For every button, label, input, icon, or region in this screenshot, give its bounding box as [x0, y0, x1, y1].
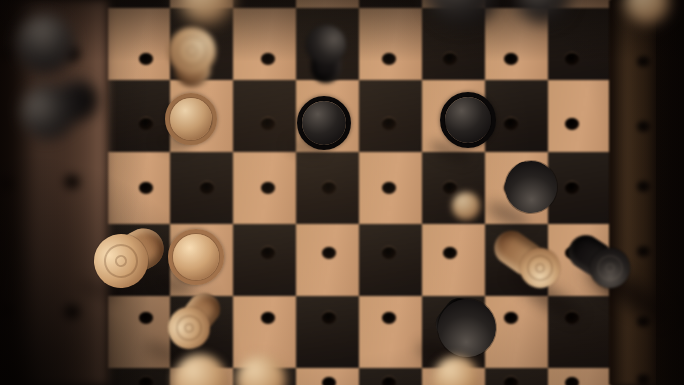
chess-piece-black-pawn[interactable] — [302, 101, 346, 145]
piece-head — [306, 25, 346, 65]
peg-hole — [565, 377, 579, 385]
chess-piece-black-pawn[interactable] — [445, 97, 491, 143]
board-square[interactable] — [359, 0, 422, 8]
peg-hole — [139, 377, 153, 385]
chess-piece-black-pawn[interactable] — [306, 25, 346, 65]
peg-hole — [565, 53, 579, 65]
chess-piece-white-pawn[interactable] — [167, 26, 217, 76]
chess-piece-white-pawn[interactable] — [433, 356, 479, 385]
board-square[interactable] — [359, 224, 422, 296]
chess-piece-white-pawn[interactable] — [170, 98, 212, 140]
peg-hole — [261, 118, 275, 130]
chess-piece-white-pawn[interactable] — [180, 0, 232, 24]
storage-peg-hole — [0, 177, 14, 191]
storage-peg-hole — [637, 374, 650, 385]
chess-video-frame — [0, 0, 684, 385]
peg-hole — [322, 312, 336, 324]
storage-peg-hole — [637, 56, 650, 68]
piece-head — [433, 356, 479, 385]
chess-piece-black-pawn[interactable] — [517, 0, 569, 22]
background-right — [656, 0, 684, 385]
piece-head — [302, 101, 346, 145]
board-square[interactable] — [107, 8, 170, 80]
right-storage-rail — [614, 0, 660, 385]
peg-hole — [139, 53, 153, 65]
board-square[interactable] — [233, 0, 296, 8]
peg-hole — [382, 118, 396, 130]
peg-hole — [504, 377, 518, 385]
piece-head — [452, 192, 480, 220]
board-square[interactable] — [233, 224, 296, 296]
piece-head — [180, 0, 232, 24]
board-square[interactable] — [296, 0, 359, 8]
chess-piece-white-pawn[interactable] — [236, 355, 286, 385]
peg-hole — [139, 118, 153, 130]
board-square[interactable] — [548, 368, 611, 385]
storage-peg-hole — [637, 121, 650, 133]
board-square[interactable] — [107, 0, 170, 8]
chess-piece-white-pawn[interactable] — [625, 0, 669, 24]
board-square[interactable] — [359, 80, 422, 152]
peg-hole — [261, 312, 275, 324]
peg-hole — [322, 247, 336, 259]
piece-collar-ring — [186, 45, 198, 57]
piece-head — [445, 97, 491, 143]
chess-piece-black-pawn[interactable] — [428, 0, 496, 26]
peg-hole — [504, 53, 518, 65]
piece-head — [517, 0, 569, 22]
peg-hole — [565, 118, 579, 130]
peg-hole — [261, 53, 275, 65]
peg-hole — [322, 377, 336, 385]
piece-head — [625, 0, 669, 24]
storage-peg-hole — [64, 175, 80, 189]
board-square[interactable] — [233, 8, 296, 80]
chess-piece-white-pawn[interactable] — [173, 234, 219, 280]
board-square[interactable] — [296, 296, 359, 368]
piece-head — [170, 98, 212, 140]
piece-head — [173, 354, 227, 385]
board-square[interactable] — [548, 80, 611, 152]
peg-hole — [322, 182, 336, 194]
piece-head — [173, 234, 219, 280]
chess-piece-white-pawn[interactable] — [452, 192, 480, 220]
storage-peg-hole — [637, 316, 650, 328]
peg-hole — [504, 118, 518, 130]
storage-peg-hole — [637, 246, 650, 258]
peg-hole — [443, 53, 457, 65]
board-square[interactable] — [422, 224, 485, 296]
storage-peg-hole — [64, 305, 80, 319]
piece-head — [428, 0, 496, 26]
peg-hole — [261, 247, 275, 259]
storage-peg-hole — [0, 304, 14, 318]
piece-head — [236, 355, 286, 385]
storage-peg-hole — [637, 181, 650, 193]
board-square[interactable] — [359, 8, 422, 80]
board-square[interactable] — [359, 296, 422, 368]
chess-piece-white-pawn[interactable] — [173, 354, 227, 385]
board-square[interactable] — [296, 224, 359, 296]
